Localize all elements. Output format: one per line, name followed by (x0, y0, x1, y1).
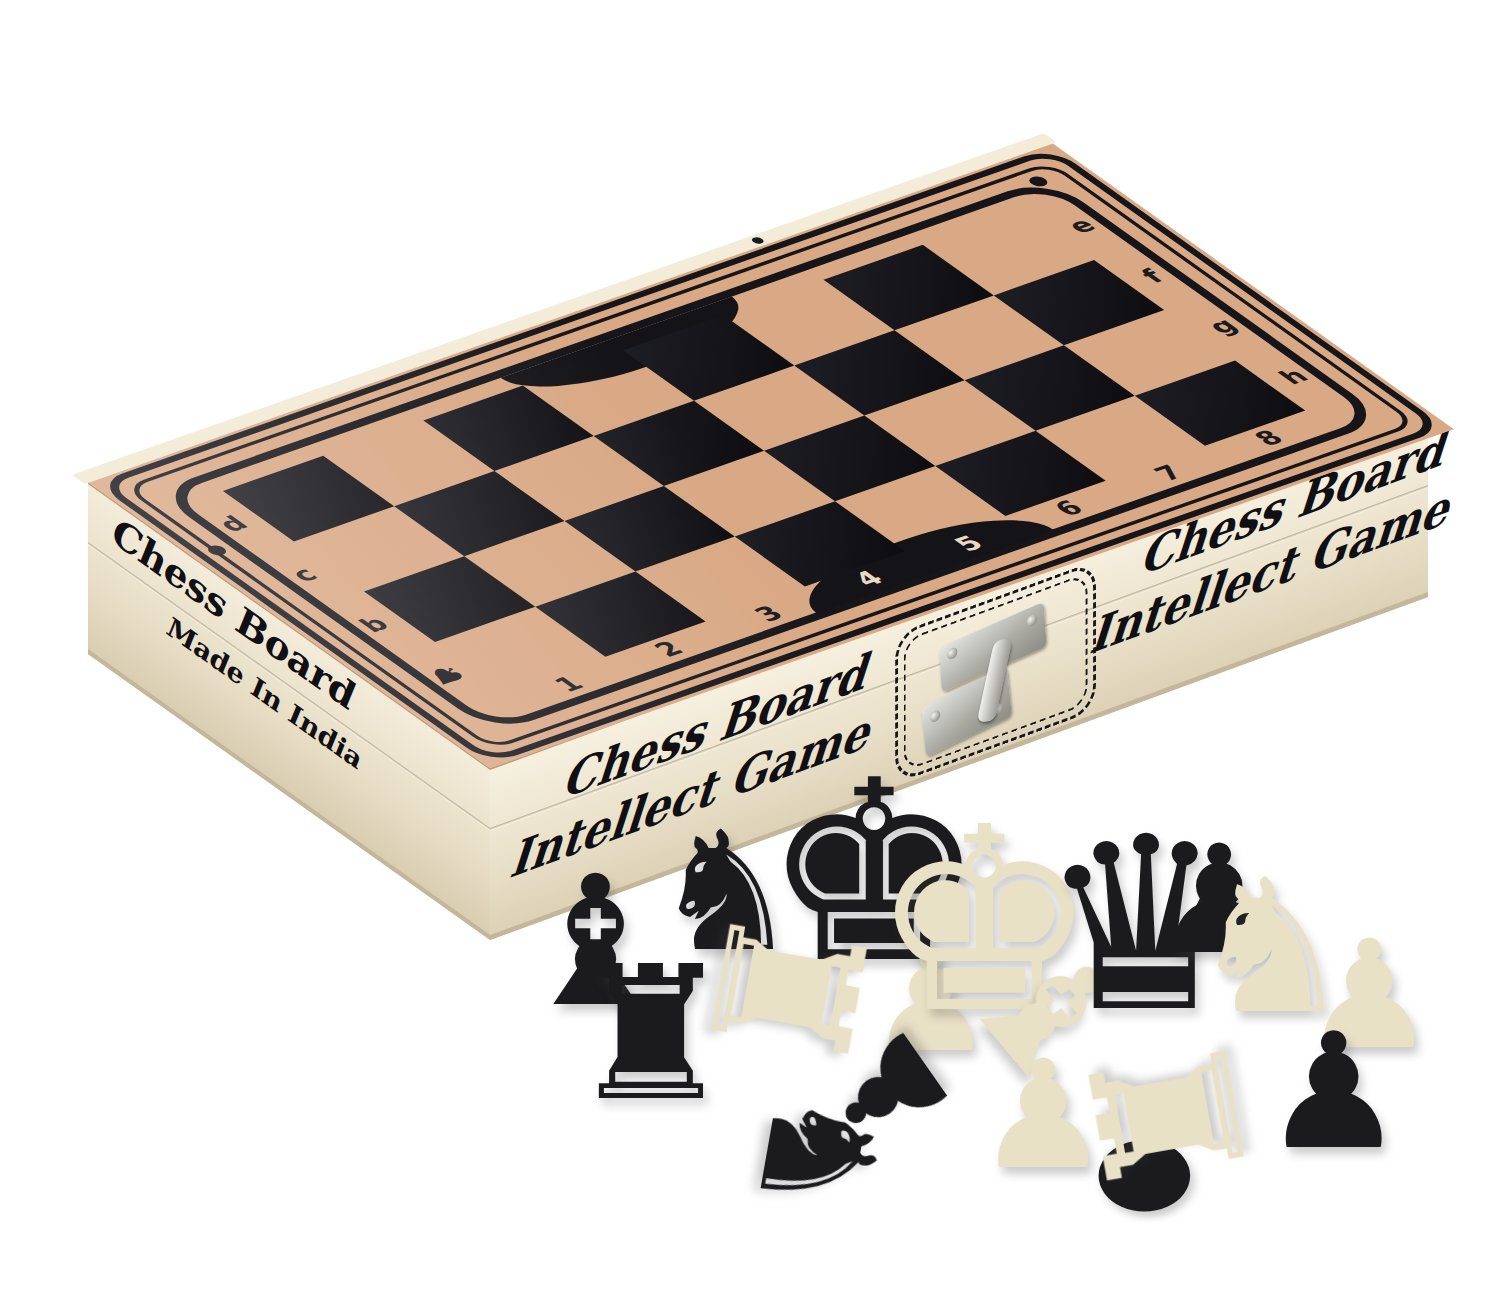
latch-screw (1026, 613, 1037, 628)
latch-screw (929, 708, 940, 723)
latch-screw (947, 646, 958, 661)
piece-black-pawn: ♟ (1262, 1012, 1405, 1172)
hinge-dot (750, 236, 766, 245)
product-photo: Chess Board Made In India Chess Board In… (0, 0, 1500, 1302)
piece-black-knight: ♞ (734, 1076, 905, 1234)
